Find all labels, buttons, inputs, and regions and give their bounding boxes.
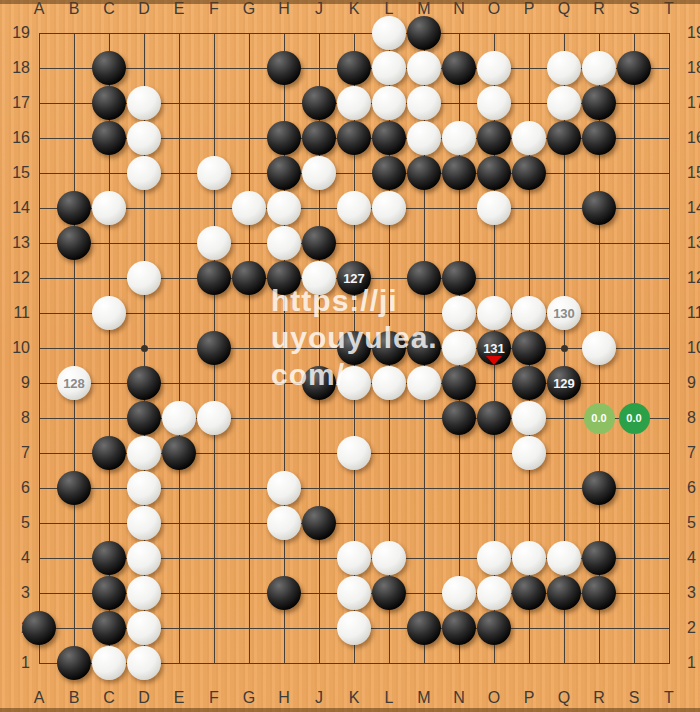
column-label-bottom: E [167, 689, 191, 706]
black-stone [582, 471, 616, 505]
black-stone [302, 121, 336, 155]
board-bottom-edge [0, 708, 700, 712]
grid-line-vertical [669, 33, 670, 664]
white-stone [477, 576, 511, 610]
black-stone [302, 506, 336, 540]
black-stone [512, 366, 546, 400]
row-label-left: 16 [4, 129, 30, 146]
black-stone [512, 331, 546, 365]
black-stone [442, 366, 476, 400]
row-label-left: 10 [4, 339, 30, 356]
white-stone [337, 191, 371, 225]
white-stone [267, 191, 301, 225]
black-stone [372, 156, 406, 190]
white-stone [302, 156, 336, 190]
black-stone [372, 576, 406, 610]
column-label-bottom: B [62, 689, 86, 706]
row-label-right: 15 [687, 164, 700, 181]
black-stone [57, 191, 91, 225]
column-label-bottom: O [482, 689, 506, 706]
black-stone [92, 121, 126, 155]
white-stone [477, 191, 511, 225]
column-label-bottom: P [517, 689, 541, 706]
white-stone [512, 541, 546, 575]
black-stone [582, 121, 616, 155]
column-label-bottom: S [622, 689, 646, 706]
move-number-label: 129 [553, 376, 575, 391]
black-stone [127, 401, 161, 435]
black-stone [407, 611, 441, 645]
white-stone [197, 226, 231, 260]
white-stone [477, 541, 511, 575]
black-stone [477, 121, 511, 155]
column-label-bottom: M [412, 689, 436, 706]
column-label-bottom: R [587, 689, 611, 706]
row-label-right: 14 [687, 199, 700, 216]
black-stone [442, 611, 476, 645]
black-stone [232, 261, 266, 295]
white-stone [232, 191, 266, 225]
white-stone [512, 401, 546, 435]
black-stone [57, 646, 91, 680]
black-stone [582, 576, 616, 610]
column-label-bottom: C [97, 689, 121, 706]
white-stone [407, 51, 441, 85]
white-stone [442, 296, 476, 330]
white-stone [372, 16, 406, 50]
black-stone [547, 121, 581, 155]
row-label-left: 1 [4, 654, 30, 671]
row-label-left: 8 [4, 409, 30, 426]
white-stone: 128 [57, 366, 91, 400]
black-stone [582, 191, 616, 225]
white-stone [92, 296, 126, 330]
white-stone [127, 436, 161, 470]
black-stone [302, 86, 336, 120]
white-stone [92, 191, 126, 225]
white-stone [372, 51, 406, 85]
black-stone [197, 331, 231, 365]
row-label-right: 10 [687, 339, 700, 356]
white-stone [127, 121, 161, 155]
black-stone [267, 51, 301, 85]
black-stone [92, 611, 126, 645]
white-stone [127, 611, 161, 645]
row-label-left: 3 [4, 584, 30, 601]
row-label-left: 18 [4, 59, 30, 76]
column-label-bottom: L [377, 689, 401, 706]
black-stone [442, 156, 476, 190]
white-stone [442, 331, 476, 365]
go-board-screenshot: AA1919BB1818CC1717DD1616EE1515FF1414GG13… [0, 0, 700, 712]
row-label-right: 1 [687, 654, 700, 671]
white-stone [127, 576, 161, 610]
white-stone [372, 191, 406, 225]
white-stone [127, 261, 161, 295]
row-label-right: 2 [687, 619, 700, 636]
black-stone [442, 261, 476, 295]
analysis-score-marker[interactable]: 0.0 [584, 403, 615, 434]
column-label-bottom: F [202, 689, 226, 706]
black-stone [92, 86, 126, 120]
white-stone [337, 611, 371, 645]
white-stone [442, 576, 476, 610]
row-label-left: 4 [4, 549, 30, 566]
black-stone [92, 541, 126, 575]
last-move-triangle-marker [486, 356, 502, 365]
white-stone [477, 296, 511, 330]
column-label-bottom: N [447, 689, 471, 706]
white-stone: 130 [547, 296, 581, 330]
black-stone [22, 611, 56, 645]
black-stone [162, 436, 196, 470]
row-label-left: 19 [4, 24, 30, 41]
white-stone [582, 51, 616, 85]
white-stone [407, 121, 441, 155]
row-label-right: 7 [687, 444, 700, 461]
white-stone [407, 86, 441, 120]
column-label-bottom: A [27, 689, 51, 706]
white-stone [337, 576, 371, 610]
white-stone [512, 436, 546, 470]
white-stone [477, 86, 511, 120]
row-label-left: 12 [4, 269, 30, 286]
white-stone [127, 156, 161, 190]
row-label-left: 6 [4, 479, 30, 496]
row-label-left: 11 [4, 304, 30, 321]
star-point [561, 345, 568, 352]
black-stone [92, 436, 126, 470]
row-label-right: 6 [687, 479, 700, 496]
black-stone [442, 51, 476, 85]
white-stone [547, 86, 581, 120]
black-stone [267, 121, 301, 155]
white-stone [372, 86, 406, 120]
black-stone [57, 471, 91, 505]
white-stone [547, 541, 581, 575]
black-stone [512, 576, 546, 610]
black-stone [547, 576, 581, 610]
row-label-left: 15 [4, 164, 30, 181]
black-stone [442, 401, 476, 435]
white-stone [547, 51, 581, 85]
black-stone [302, 226, 336, 260]
black-stone [582, 541, 616, 575]
column-label-bottom: D [132, 689, 156, 706]
row-label-right: 3 [687, 584, 700, 601]
white-stone [512, 121, 546, 155]
black-stone [477, 611, 511, 645]
row-label-left: 13 [4, 234, 30, 251]
column-label-bottom: T [657, 689, 681, 706]
column-label-bottom: K [342, 689, 366, 706]
white-stone [197, 401, 231, 435]
white-stone [372, 541, 406, 575]
white-stone [267, 226, 301, 260]
black-stone: 129 [547, 366, 581, 400]
row-label-right: 8 [687, 409, 700, 426]
watermark-text: https://ji uyouyulea. com/ [271, 282, 438, 393]
black-stone [57, 226, 91, 260]
row-label-right: 17 [687, 94, 700, 111]
black-stone [617, 51, 651, 85]
black-stone: 131 [477, 331, 511, 365]
move-number-label: 128 [63, 376, 85, 391]
row-label-right: 11 [687, 304, 700, 321]
black-stone [512, 156, 546, 190]
row-label-left: 17 [4, 94, 30, 111]
white-stone [127, 86, 161, 120]
black-stone [582, 86, 616, 120]
black-stone [267, 576, 301, 610]
row-label-right: 16 [687, 129, 700, 146]
black-stone [197, 261, 231, 295]
white-stone [512, 296, 546, 330]
analysis-score-marker[interactable]: 0.0 [619, 403, 650, 434]
row-label-left: 5 [4, 514, 30, 531]
grid-line-vertical [634, 33, 635, 664]
white-stone [267, 471, 301, 505]
row-label-right: 18 [687, 59, 700, 76]
row-label-left: 14 [4, 199, 30, 216]
star-point [141, 345, 148, 352]
black-stone [267, 156, 301, 190]
black-stone [477, 401, 511, 435]
white-stone [197, 156, 231, 190]
column-label-bottom: J [307, 689, 331, 706]
white-stone [337, 86, 371, 120]
row-label-left: 7 [4, 444, 30, 461]
column-label-bottom: H [272, 689, 296, 706]
white-stone [162, 401, 196, 435]
row-label-right: 9 [687, 374, 700, 391]
black-stone [407, 156, 441, 190]
black-stone [372, 121, 406, 155]
black-stone [477, 156, 511, 190]
white-stone [127, 506, 161, 540]
move-number-label: 130 [553, 306, 575, 321]
column-label-bottom: G [237, 689, 261, 706]
row-label-right: 13 [687, 234, 700, 251]
white-stone [127, 471, 161, 505]
white-stone [337, 541, 371, 575]
row-label-right: 12 [687, 269, 700, 286]
row-label-right: 5 [687, 514, 700, 531]
black-stone [92, 51, 126, 85]
row-label-right: 4 [687, 549, 700, 566]
white-stone [337, 436, 371, 470]
row-label-left: 9 [4, 374, 30, 391]
black-stone [92, 576, 126, 610]
black-stone [337, 121, 371, 155]
white-stone [582, 331, 616, 365]
move-number-label: 131 [483, 341, 505, 356]
black-stone [127, 366, 161, 400]
white-stone [127, 646, 161, 680]
board-top-edge [0, 0, 700, 4]
white-stone [127, 541, 161, 575]
black-stone [407, 16, 441, 50]
white-stone [92, 646, 126, 680]
white-stone [267, 506, 301, 540]
black-stone [337, 51, 371, 85]
white-stone [442, 121, 476, 155]
row-label-right: 19 [687, 24, 700, 41]
column-label-bottom: Q [552, 689, 576, 706]
white-stone [477, 51, 511, 85]
